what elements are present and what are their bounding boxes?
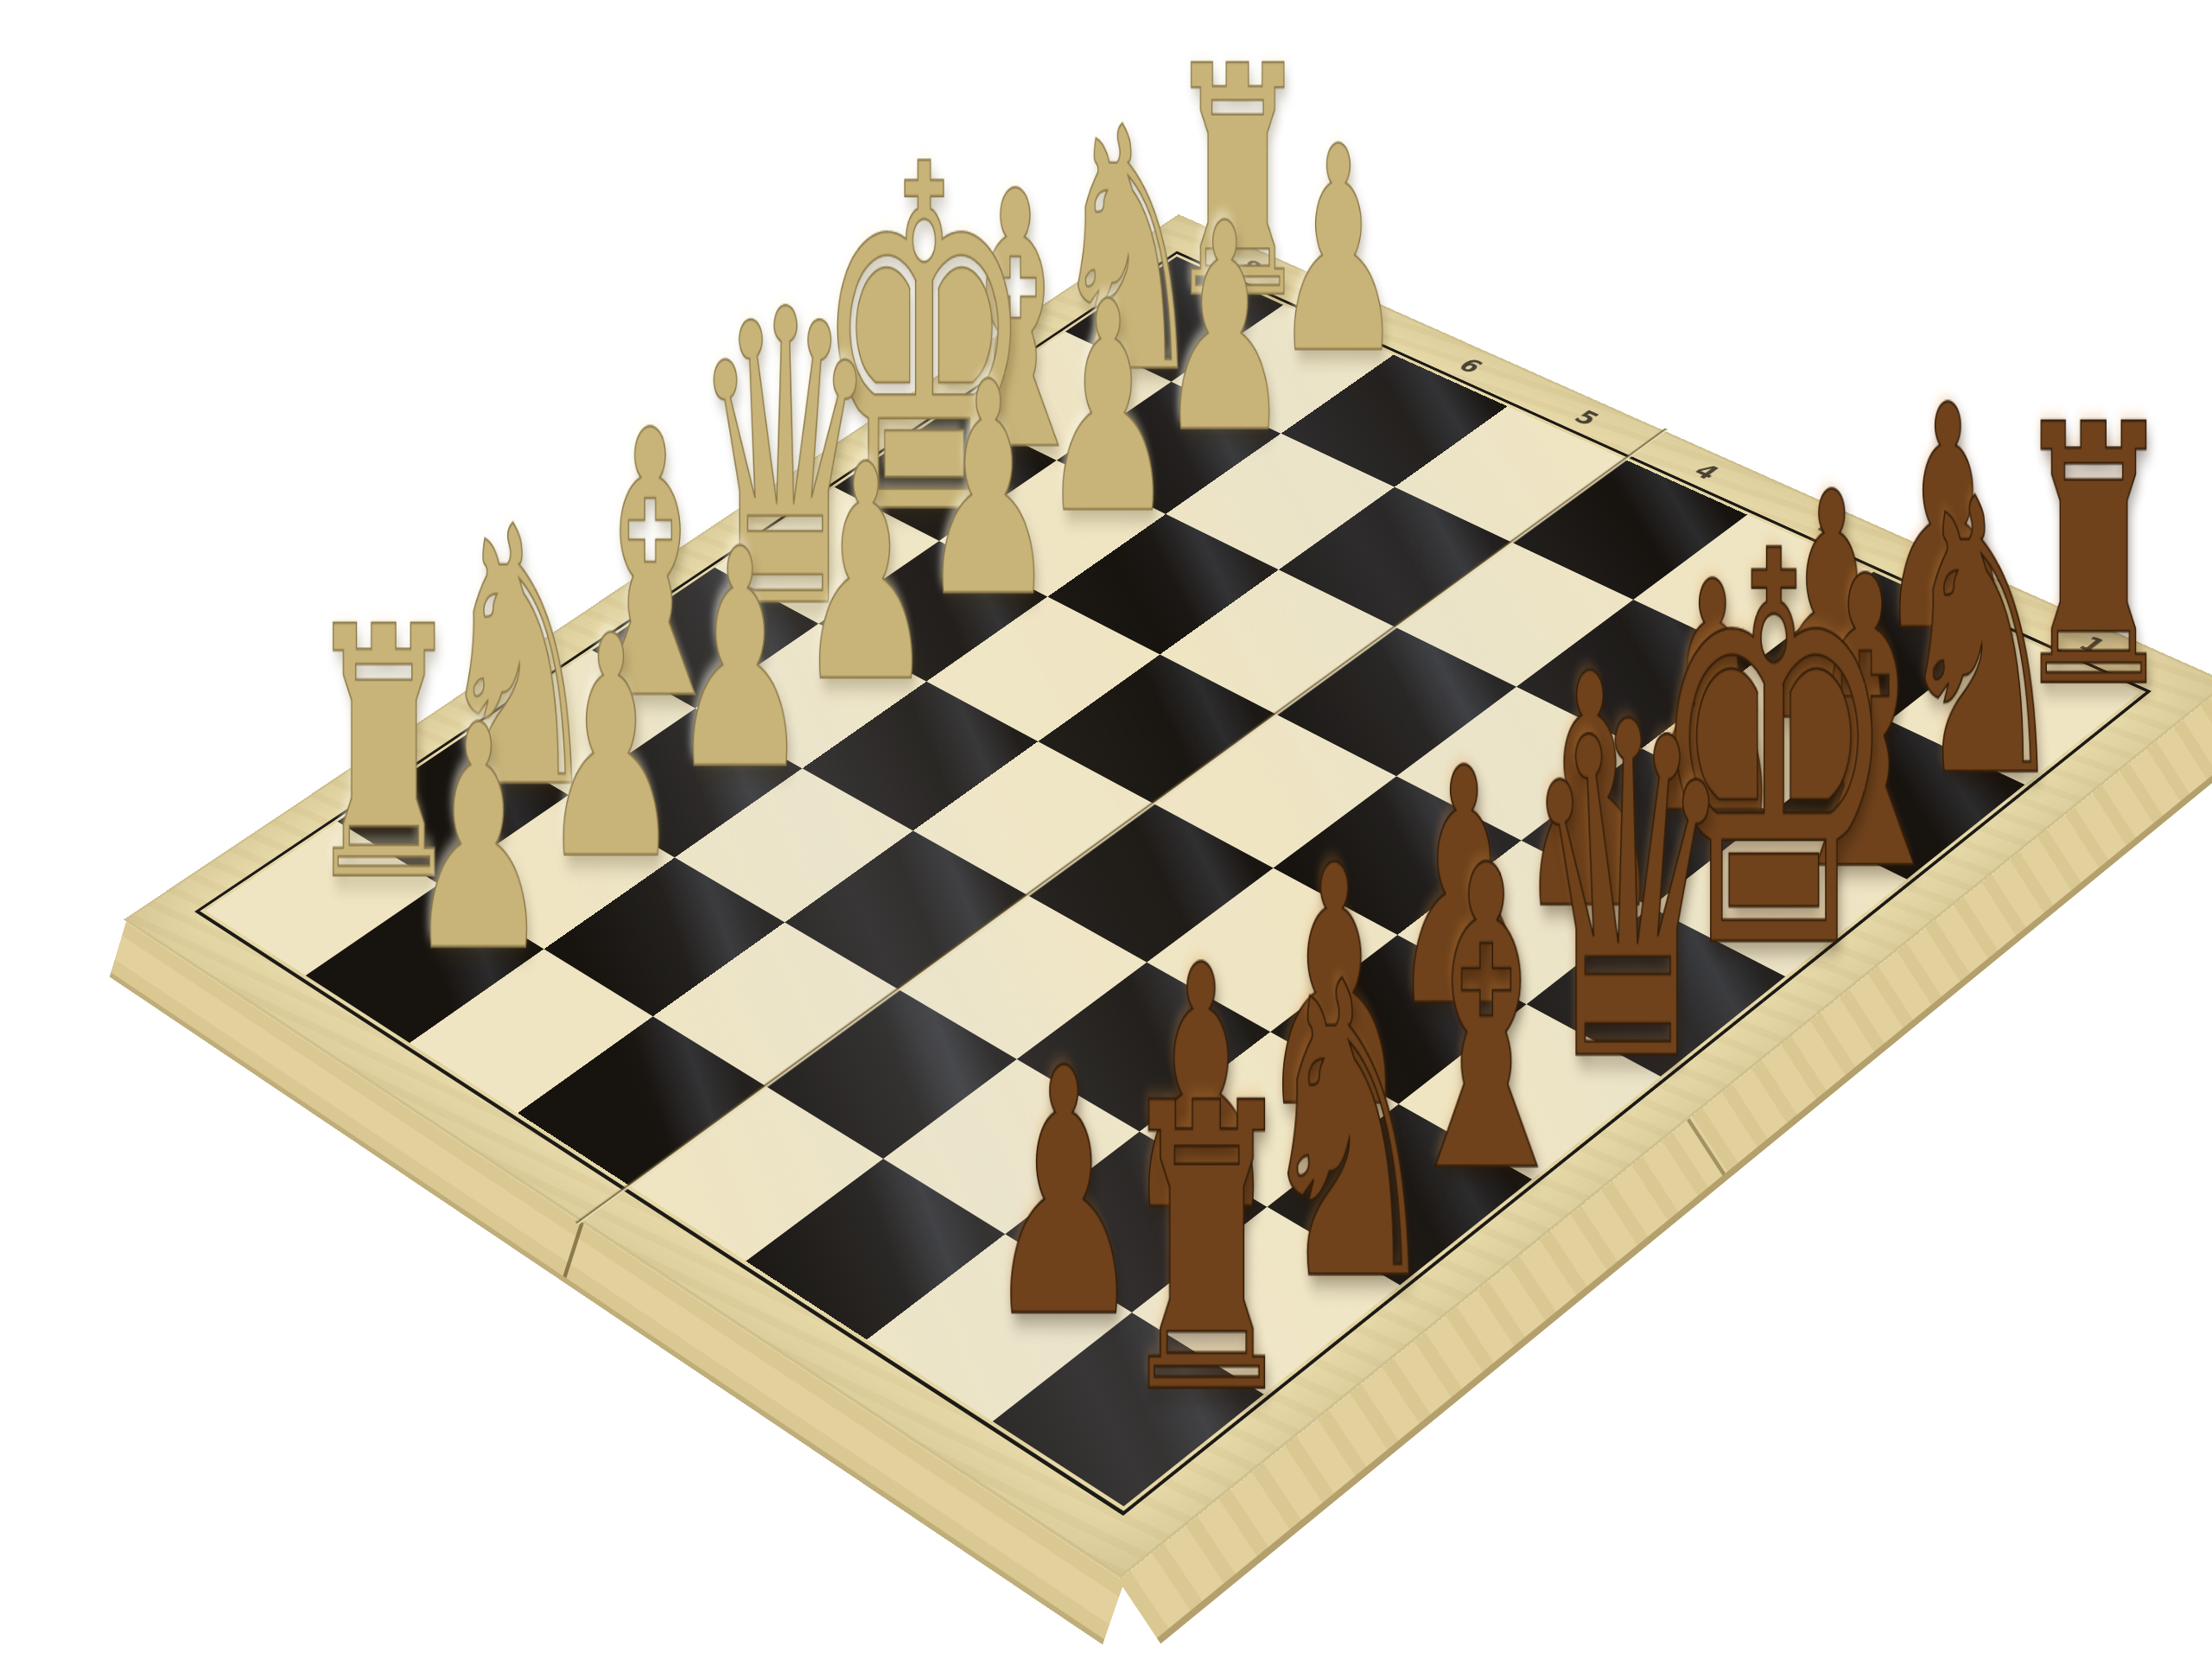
chess-board: ♜♞♝♛♚♝♞♜♟♟♟♟♟♟♟♟♟♟♟♟♟♟♟♟♜♞♝♛♚♝♞♜ 8765432… — [124, 214, 2212, 1578]
piece-black-rook: ♜ — [2010, 378, 2149, 736]
board-fold-seam-left-face — [563, 1217, 586, 1278]
piece-white-bishop: ♝ — [933, 146, 1059, 499]
chess-board-grid: ♜♞♝♛♚♝♞♜♟♟♟♟♟♟♟♟♟♟♟♟♟♟♟♟♜♞♝♛♚♝♞♜ — [206, 257, 2140, 1506]
background: { "game": "chess", "scene": "overhead-an… — [0, 0, 2212, 1659]
board-fold-seam-front-face — [1687, 1118, 1726, 1175]
piece-white-rook: ♜ — [303, 582, 437, 928]
piece-white-rook: ♜ — [1164, 25, 1287, 342]
piece-white-knight: ♞ — [435, 481, 568, 837]
board-scene: ♜♞♝♛♚♝♞♜♟♟♟♟♟♟♟♟♟♟♟♟♟♟♟♟♜♞♝♛♚♝♞♜ 8765432… — [258, 0, 2048, 1659]
photo-stage: ♜♞♝♛♚♝♞♜♟♟♟♟♟♟♟♟♟♟♟♟♟♟♟♟♜♞♝♛♚♝♞♜ 8765432… — [0, 0, 2212, 1659]
piece-black-pawn: ♟ — [1876, 365, 2012, 674]
piece-white-pawn: ♟ — [1273, 110, 1398, 392]
